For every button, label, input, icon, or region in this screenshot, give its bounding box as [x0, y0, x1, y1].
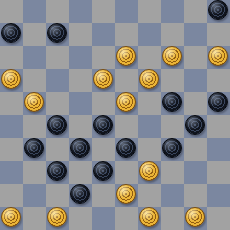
square-r8c8-light	[184, 184, 207, 207]
square-r8c6-light	[138, 184, 161, 207]
square-r9c9-light	[207, 207, 230, 230]
square-r4c2-light	[46, 92, 69, 115]
square-r9c4-dark[interactable]	[92, 207, 115, 230]
square-r0c8-light	[184, 0, 207, 23]
square-r6c2-light	[46, 138, 69, 161]
square-r1c0-dark[interactable]	[0, 23, 23, 46]
black-man[interactable]	[1, 23, 21, 43]
square-r6c9-dark[interactable]	[207, 138, 230, 161]
square-r5c4-dark[interactable]	[92, 115, 115, 138]
black-man[interactable]	[93, 115, 113, 135]
square-r3c5-light	[115, 69, 138, 92]
white-man[interactable]	[47, 207, 67, 227]
square-r7c5-light	[115, 161, 138, 184]
square-r7c1-light	[23, 161, 46, 184]
square-r0c1-dark[interactable]	[23, 0, 46, 23]
square-r8c4-light	[92, 184, 115, 207]
square-r1c8-dark[interactable]	[184, 23, 207, 46]
square-r9c1-light	[23, 207, 46, 230]
white-man[interactable]	[1, 207, 21, 227]
square-r8c7-dark[interactable]	[161, 184, 184, 207]
square-r8c2-light	[46, 184, 69, 207]
square-r2c1-dark[interactable]	[23, 46, 46, 69]
square-r2c5-dark[interactable]	[115, 46, 138, 69]
square-r6c8-light	[184, 138, 207, 161]
square-r8c1-dark[interactable]	[23, 184, 46, 207]
square-r2c2-light	[46, 46, 69, 69]
square-r9c2-dark[interactable]	[46, 207, 69, 230]
square-r4c8-light	[184, 92, 207, 115]
white-man[interactable]	[1, 69, 21, 89]
white-man[interactable]	[162, 46, 182, 66]
square-r9c3-light	[69, 207, 92, 230]
square-r0c7-dark[interactable]	[161, 0, 184, 23]
square-r8c9-dark[interactable]	[207, 184, 230, 207]
square-r6c7-dark[interactable]	[161, 138, 184, 161]
square-r6c0-light	[0, 138, 23, 161]
square-r7c2-dark[interactable]	[46, 161, 69, 184]
square-r8c5-dark[interactable]	[115, 184, 138, 207]
square-r1c3-light	[69, 23, 92, 46]
square-r3c8-dark[interactable]	[184, 69, 207, 92]
white-man[interactable]	[116, 92, 136, 112]
square-r4c4-light	[92, 92, 115, 115]
black-man[interactable]	[185, 115, 205, 135]
black-man[interactable]	[162, 138, 182, 158]
square-r5c2-dark[interactable]	[46, 115, 69, 138]
square-r6c1-dark[interactable]	[23, 138, 46, 161]
black-man[interactable]	[208, 92, 228, 112]
square-r5c0-dark[interactable]	[0, 115, 23, 138]
black-man[interactable]	[208, 0, 228, 20]
square-r1c5-light	[115, 23, 138, 46]
white-man[interactable]	[116, 184, 136, 204]
square-r9c8-dark[interactable]	[184, 207, 207, 230]
square-r4c3-dark[interactable]	[69, 92, 92, 115]
square-r8c0-light	[0, 184, 23, 207]
square-r0c5-dark[interactable]	[115, 0, 138, 23]
square-r0c6-light	[138, 0, 161, 23]
square-r7c8-dark[interactable]	[184, 161, 207, 184]
white-man[interactable]	[139, 161, 159, 181]
square-r3c0-dark[interactable]	[0, 69, 23, 92]
white-man[interactable]	[116, 46, 136, 66]
square-r6c3-dark[interactable]	[69, 138, 92, 161]
square-r0c0-light	[0, 0, 23, 23]
square-r1c1-light	[23, 23, 46, 46]
square-r7c9-light	[207, 161, 230, 184]
square-r4c9-dark[interactable]	[207, 92, 230, 115]
black-man[interactable]	[47, 23, 67, 43]
square-r1c7-light	[161, 23, 184, 46]
square-r7c7-light	[161, 161, 184, 184]
square-r5c3-light	[69, 115, 92, 138]
square-r5c7-light	[161, 115, 184, 138]
square-r3c1-light	[23, 69, 46, 92]
square-r8c3-dark[interactable]	[69, 184, 92, 207]
square-r5c6-dark[interactable]	[138, 115, 161, 138]
square-r1c6-dark[interactable]	[138, 23, 161, 46]
square-r2c3-dark[interactable]	[69, 46, 92, 69]
square-r6c4-light	[92, 138, 115, 161]
square-r5c9-light	[207, 115, 230, 138]
white-man[interactable]	[139, 69, 159, 89]
square-r6c6-light	[138, 138, 161, 161]
black-man[interactable]	[24, 138, 44, 158]
black-man[interactable]	[162, 92, 182, 112]
square-r5c1-light	[23, 115, 46, 138]
square-r1c9-light	[207, 23, 230, 46]
white-man[interactable]	[208, 46, 228, 66]
square-r0c3-dark[interactable]	[69, 0, 92, 23]
white-man[interactable]	[185, 207, 205, 227]
white-man[interactable]	[24, 92, 44, 112]
square-r4c1-dark[interactable]	[23, 92, 46, 115]
square-r9c0-dark[interactable]	[0, 207, 23, 230]
square-r6c5-dark[interactable]	[115, 138, 138, 161]
square-r9c5-light	[115, 207, 138, 230]
square-r7c4-dark[interactable]	[92, 161, 115, 184]
black-man[interactable]	[47, 115, 67, 135]
square-r5c8-dark[interactable]	[184, 115, 207, 138]
black-man[interactable]	[70, 138, 90, 158]
square-r0c2-light	[46, 0, 69, 23]
white-man[interactable]	[139, 207, 159, 227]
square-r7c6-dark[interactable]	[138, 161, 161, 184]
square-r3c9-light	[207, 69, 230, 92]
black-man[interactable]	[116, 138, 136, 158]
white-man[interactable]	[93, 69, 113, 89]
square-r7c3-light	[69, 161, 92, 184]
square-r4c6-light	[138, 92, 161, 115]
black-man[interactable]	[70, 184, 90, 204]
square-r4c7-dark[interactable]	[161, 92, 184, 115]
square-r3c4-dark[interactable]	[92, 69, 115, 92]
square-r9c6-dark[interactable]	[138, 207, 161, 230]
square-r3c3-light	[69, 69, 92, 92]
square-r7c0-dark[interactable]	[0, 161, 23, 184]
square-r2c0-light	[0, 46, 23, 69]
square-r2c9-dark[interactable]	[207, 46, 230, 69]
square-r4c5-dark[interactable]	[115, 92, 138, 115]
square-r2c7-dark[interactable]	[161, 46, 184, 69]
square-r0c9-dark[interactable]	[207, 0, 230, 23]
square-r1c4-dark[interactable]	[92, 23, 115, 46]
square-r3c7-light	[161, 69, 184, 92]
draughts-board	[0, 0, 230, 230]
square-r9c7-light	[161, 207, 184, 230]
square-r3c6-dark[interactable]	[138, 69, 161, 92]
black-man[interactable]	[93, 161, 113, 181]
black-man[interactable]	[47, 161, 67, 181]
square-r2c8-light	[184, 46, 207, 69]
square-r1c2-dark[interactable]	[46, 23, 69, 46]
square-r3c2-dark[interactable]	[46, 69, 69, 92]
square-r4c0-light	[0, 92, 23, 115]
square-r0c4-light	[92, 0, 115, 23]
square-r2c4-light	[92, 46, 115, 69]
square-r5c5-light	[115, 115, 138, 138]
square-r2c6-light	[138, 46, 161, 69]
